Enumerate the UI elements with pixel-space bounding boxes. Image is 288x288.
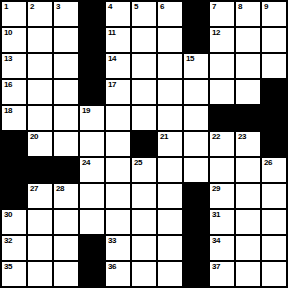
white-cell-r6c3[interactable]: [54, 132, 78, 156]
clue-number-5: 5: [134, 2, 138, 12]
clue-number-36: 36: [108, 262, 116, 272]
white-cell-r3c9[interactable]: [210, 54, 234, 78]
white-cell-r11c7[interactable]: [158, 262, 182, 286]
black-cell-r5c9: [210, 106, 234, 130]
white-cell-r11c3[interactable]: [54, 262, 78, 286]
white-cell-r7c8[interactable]: [184, 158, 208, 182]
clue-number-23: 23: [238, 132, 246, 142]
white-cell-r4c3[interactable]: [54, 80, 78, 104]
white-cell-r7c7[interactable]: [158, 158, 182, 182]
white-cell-r9c11[interactable]: [262, 210, 286, 234]
white-cell-r4c8[interactable]: [184, 80, 208, 104]
white-cell-r5c5[interactable]: [106, 106, 130, 130]
clue-number-18: 18: [4, 106, 12, 116]
white-cell-r8c7[interactable]: [158, 184, 182, 208]
white-cell-r9c5[interactable]: [106, 210, 130, 234]
clue-number-25: 25: [134, 158, 142, 168]
clue-number-14: 14: [108, 54, 116, 64]
white-cell-r10c2[interactable]: [28, 236, 52, 260]
white-cell-r10c10[interactable]: [236, 236, 260, 260]
black-cell-r4c4: [80, 80, 104, 104]
white-cell-r5c6[interactable]: [132, 106, 156, 130]
white-cell-r11c2[interactable]: [28, 262, 52, 286]
white-cell-r2c5[interactable]: 11: [106, 28, 130, 52]
black-cell-r5c10: [236, 106, 260, 130]
clue-number-3: 3: [56, 2, 60, 12]
white-cell-r8c3[interactable]: 28: [54, 184, 78, 208]
white-cell-r3c8[interactable]: 15: [184, 54, 208, 78]
white-cell-r6c2[interactable]: 20: [28, 132, 52, 156]
clue-number-12: 12: [212, 28, 220, 38]
black-cell-r11c8: [184, 262, 208, 286]
clue-number-6: 6: [160, 2, 164, 12]
black-cell-r6c6: [132, 132, 156, 156]
clue-number-9: 9: [264, 2, 268, 12]
white-cell-r7c10[interactable]: [236, 158, 260, 182]
white-cell-r5c4[interactable]: 19: [80, 106, 104, 130]
white-cell-r4c2[interactable]: [28, 80, 52, 104]
white-cell-r1c10[interactable]: 8: [236, 2, 260, 26]
white-cell-r2c10[interactable]: [236, 28, 260, 52]
clue-number-28: 28: [56, 184, 64, 194]
black-cell-r5c11: [262, 106, 286, 130]
white-cell-r4c5[interactable]: 17: [106, 80, 130, 104]
black-cell-r8c8: [184, 184, 208, 208]
clue-number-16: 16: [4, 80, 12, 90]
white-cell-r4c9[interactable]: [210, 80, 234, 104]
crossword-grid: 1234567891011121314151617181920212223242…: [0, 0, 288, 288]
white-cell-r2c3[interactable]: [54, 28, 78, 52]
black-cell-r2c8: [184, 28, 208, 52]
white-cell-r8c11[interactable]: [262, 184, 286, 208]
black-cell-r11c4: [80, 262, 104, 286]
white-cell-r1c5[interactable]: 4: [106, 2, 130, 26]
white-cell-r4c6[interactable]: [132, 80, 156, 104]
clue-number-17: 17: [108, 80, 116, 90]
clue-number-32: 32: [4, 236, 12, 246]
clue-number-34: 34: [212, 236, 220, 246]
clue-number-37: 37: [212, 262, 220, 272]
white-cell-r11c10[interactable]: [236, 262, 260, 286]
white-cell-r7c11[interactable]: 26: [262, 158, 286, 182]
white-cell-r6c4[interactable]: [80, 132, 104, 156]
white-cell-r8c5[interactable]: [106, 184, 130, 208]
white-cell-r2c2[interactable]: [28, 28, 52, 52]
white-cell-r4c1[interactable]: 16: [2, 80, 26, 104]
white-cell-r7c5[interactable]: [106, 158, 130, 182]
clue-number-26: 26: [264, 158, 272, 168]
white-cell-r1c3[interactable]: 3: [54, 2, 78, 26]
white-cell-r11c6[interactable]: [132, 262, 156, 286]
white-cell-r10c9[interactable]: 34: [210, 236, 234, 260]
white-cell-r2c6[interactable]: [132, 28, 156, 52]
clue-number-1: 1: [4, 2, 8, 12]
black-cell-r8c1: [2, 184, 26, 208]
black-cell-r7c1: [2, 158, 26, 182]
white-cell-r3c5[interactable]: 14: [106, 54, 130, 78]
white-cell-r6c7[interactable]: 21: [158, 132, 182, 156]
white-cell-r10c5[interactable]: 33: [106, 236, 130, 260]
white-cell-r5c7[interactable]: [158, 106, 182, 130]
white-cell-r11c5[interactable]: 36: [106, 262, 130, 286]
white-cell-r3c3[interactable]: [54, 54, 78, 78]
white-cell-r9c10[interactable]: [236, 210, 260, 234]
white-cell-r1c11[interactable]: 9: [262, 2, 286, 26]
white-cell-r10c3[interactable]: [54, 236, 78, 260]
clue-number-30: 30: [4, 210, 12, 220]
clue-number-33: 33: [108, 236, 116, 246]
black-cell-r1c8: [184, 2, 208, 26]
black-cell-r1c4: [80, 2, 104, 26]
white-cell-r1c1[interactable]: 1: [2, 2, 26, 26]
black-cell-r6c1: [2, 132, 26, 156]
white-cell-r8c10[interactable]: [236, 184, 260, 208]
white-cell-r8c2[interactable]: 27: [28, 184, 52, 208]
white-cell-r4c7[interactable]: [158, 80, 182, 104]
clue-number-22: 22: [212, 132, 220, 142]
white-cell-r8c9[interactable]: 29: [210, 184, 234, 208]
white-cell-r3c10[interactable]: [236, 54, 260, 78]
white-cell-r10c6[interactable]: [132, 236, 156, 260]
white-cell-r5c3[interactable]: [54, 106, 78, 130]
clue-number-21: 21: [160, 132, 168, 142]
clue-number-31: 31: [212, 210, 220, 220]
clue-number-11: 11: [108, 28, 115, 38]
white-cell-r1c7[interactable]: 6: [158, 2, 182, 26]
white-cell-r9c4[interactable]: [80, 210, 104, 234]
white-cell-r7c6[interactable]: 25: [132, 158, 156, 182]
white-cell-r2c1[interactable]: 10: [2, 28, 26, 52]
white-cell-r9c6[interactable]: [132, 210, 156, 234]
white-cell-r5c8[interactable]: [184, 106, 208, 130]
white-cell-r10c7[interactable]: [158, 236, 182, 260]
black-cell-r9c8: [184, 210, 208, 234]
clue-number-35: 35: [4, 262, 12, 272]
white-cell-r9c9[interactable]: 31: [210, 210, 234, 234]
white-cell-r2c7[interactable]: [158, 28, 182, 52]
white-cell-r11c11[interactable]: [262, 262, 286, 286]
white-cell-r1c9[interactable]: 7: [210, 2, 234, 26]
white-cell-r5c1[interactable]: 18: [2, 106, 26, 130]
black-cell-r10c8: [184, 236, 208, 260]
black-cell-r7c3: [54, 158, 78, 182]
white-cell-r10c1[interactable]: 32: [2, 236, 26, 260]
clue-number-8: 8: [238, 2, 242, 12]
white-cell-r1c2[interactable]: 2: [28, 2, 52, 26]
clue-number-10: 10: [4, 28, 12, 38]
white-cell-r7c4[interactable]: 24: [80, 158, 104, 182]
white-cell-r2c9[interactable]: 12: [210, 28, 234, 52]
white-cell-r6c10[interactable]: 23: [236, 132, 260, 156]
white-cell-r11c9[interactable]: 37: [210, 262, 234, 286]
clue-number-29: 29: [212, 184, 220, 194]
clue-number-13: 13: [4, 54, 12, 64]
white-cell-r1c6[interactable]: 5: [132, 2, 156, 26]
clue-number-24: 24: [82, 158, 90, 168]
black-cell-r4c11: [262, 80, 286, 104]
white-cell-r11c1[interactable]: 35: [2, 262, 26, 286]
white-cell-r2c11[interactable]: [262, 28, 286, 52]
white-cell-r9c7[interactable]: [158, 210, 182, 234]
white-cell-r10c11[interactable]: [262, 236, 286, 260]
white-cell-r9c2[interactable]: [28, 210, 52, 234]
white-cell-r3c11[interactable]: [262, 54, 286, 78]
black-cell-r10c4: [80, 236, 104, 260]
white-cell-r4c10[interactable]: [236, 80, 260, 104]
white-cell-r5c2[interactable]: [28, 106, 52, 130]
white-cell-r6c9[interactable]: 22: [210, 132, 234, 156]
clue-number-20: 20: [30, 132, 38, 142]
black-cell-r7c2: [28, 158, 52, 182]
clue-number-27: 27: [30, 184, 38, 194]
clue-number-7: 7: [212, 2, 216, 12]
black-cell-r3c4: [80, 54, 104, 78]
clue-number-19: 19: [82, 106, 90, 116]
clue-number-2: 2: [30, 2, 34, 12]
black-cell-r2c4: [80, 28, 104, 52]
white-cell-r3c6[interactable]: [132, 54, 156, 78]
white-cell-r3c2[interactable]: [28, 54, 52, 78]
white-cell-r6c5[interactable]: [106, 132, 130, 156]
white-cell-r3c1[interactable]: 13: [2, 54, 26, 78]
white-cell-r9c3[interactable]: [54, 210, 78, 234]
clue-number-15: 15: [186, 54, 194, 64]
white-cell-r8c6[interactable]: [132, 184, 156, 208]
clue-number-4: 4: [108, 2, 112, 12]
white-cell-r9c1[interactable]: 30: [2, 210, 26, 234]
white-cell-r3c7[interactable]: [158, 54, 182, 78]
white-cell-r7c9[interactable]: [210, 158, 234, 182]
white-cell-r8c4[interactable]: [80, 184, 104, 208]
white-cell-r6c8[interactable]: [184, 132, 208, 156]
black-cell-r6c11: [262, 132, 286, 156]
